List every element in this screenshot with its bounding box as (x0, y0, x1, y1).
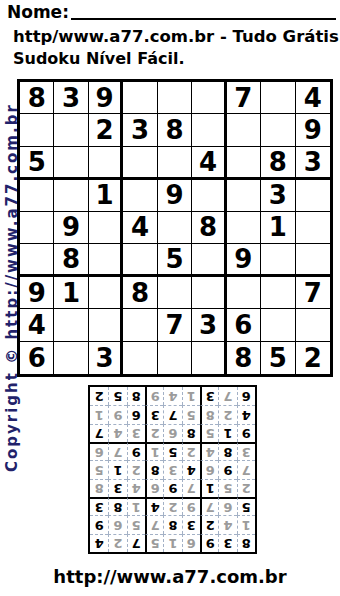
puzzle-cell-r7c1: 9 (20, 277, 54, 309)
solution-cell-r1c7: 7 (127, 534, 145, 552)
solution-cell-r5c5: 3 (163, 460, 181, 478)
puzzle-cell-r9c3: 3 (89, 342, 123, 374)
solution-cell-r4c9: 8 (90, 479, 108, 497)
puzzle-cell-r2c7[interactable] (227, 114, 261, 146)
solution-cell-r6c8: 7 (108, 442, 126, 460)
printable-sudoku-page: Nome: http/www.a77.com.br - Tudo Grátis.… (0, 0, 340, 596)
puzzle-cell-r4c7[interactable] (227, 180, 261, 212)
puzzle-cell-r3c2[interactable] (54, 147, 88, 180)
name-row: Nome: (7, 3, 336, 22)
puzzle-cell-r3c9: 3 (296, 147, 330, 180)
puzzle-cell-r7c9: 7 (296, 277, 330, 309)
solution-cell-r3c3: 7 (200, 497, 218, 515)
solution-cell-r9c4: 1 (182, 387, 200, 405)
solution-cell-r6c7: 9 (127, 442, 145, 460)
solution-cell-r9c2: 7 (218, 387, 236, 405)
puzzle-cell-r6c3[interactable] (89, 244, 123, 277)
solution-cell-r6c3: 4 (200, 442, 218, 460)
puzzle-cell-r9c9: 2 (296, 342, 330, 374)
solution-cell-r1c5: 1 (163, 534, 181, 552)
puzzle-cell-r8c3[interactable] (89, 309, 123, 341)
puzzle-cell-r7c6[interactable] (192, 277, 226, 309)
puzzle-cell-r5c6: 8 (192, 212, 226, 244)
puzzle-cell-r9c7: 8 (227, 342, 261, 374)
puzzle-cell-r7c8[interactable] (261, 277, 295, 309)
sudoku-puzzle-grid: 839742389548319394818599187473663852 (17, 79, 333, 377)
solution-cell-r7c5: 6 (163, 424, 181, 442)
solution-cell-r4c7: 4 (127, 479, 145, 497)
puzzle-cell-r7c7[interactable] (227, 277, 261, 309)
puzzle-cell-r3c8: 8 (261, 147, 295, 180)
puzzle-cell-r5c2: 9 (54, 212, 88, 244)
solution-cell-r9c8: 5 (108, 387, 126, 405)
puzzle-cell-r2c4: 3 (123, 114, 157, 146)
puzzle-cell-r1c8[interactable] (261, 82, 295, 114)
puzzle-cell-r5c5[interactable] (158, 212, 192, 244)
solution-cell-r4c5: 9 (163, 479, 181, 497)
solution-cell-r7c1: 9 (237, 424, 255, 442)
puzzle-cell-r1c4[interactable] (123, 82, 157, 114)
solution-cell-r1c8: 2 (108, 534, 126, 552)
solution-cell-r9c6: 9 (145, 387, 163, 405)
puzzle-cell-r7c4: 8 (123, 277, 157, 309)
puzzle-cell-r1c5[interactable] (158, 82, 192, 114)
puzzle-cell-r6c1[interactable] (20, 244, 54, 277)
puzzle-cell-r1c1: 8 (20, 82, 54, 114)
puzzle-cell-r8c1: 4 (20, 309, 54, 341)
solution-cell-r2c9: 9 (90, 515, 108, 533)
solution-cell-r4c2: 5 (218, 479, 236, 497)
solution-cell-r3c8: 8 (108, 497, 126, 515)
puzzle-cell-r1c6[interactable] (192, 82, 226, 114)
puzzle-cell-r3c7[interactable] (227, 147, 261, 180)
puzzle-cell-r2c5: 8 (158, 114, 192, 146)
solution-cell-r6c1: 3 (237, 442, 255, 460)
puzzle-cell-r2c1[interactable] (20, 114, 54, 146)
puzzle-cell-r5c9[interactable] (296, 212, 330, 244)
solution-cell-r8c8: 9 (108, 405, 126, 423)
puzzle-cell-r5c7[interactable] (227, 212, 261, 244)
solution-cell-r1c6: 5 (145, 534, 163, 552)
solution-cell-r1c9: 4 (90, 534, 108, 552)
solution-cell-r2c7: 5 (127, 515, 145, 533)
solution-cell-r7c4: 8 (182, 424, 200, 442)
solution-cell-r6c9: 6 (90, 442, 108, 460)
puzzle-cell-r9c4[interactable] (123, 342, 157, 374)
puzzle-cell-r8c7: 6 (227, 309, 261, 341)
puzzle-cell-r6c6[interactable] (192, 244, 226, 277)
puzzle-cell-r1c2: 3 (54, 82, 88, 114)
puzzle-cell-r4c8: 3 (261, 180, 295, 212)
name-blank-line (71, 4, 336, 20)
puzzle-cell-r4c6[interactable] (192, 180, 226, 212)
puzzle-cell-r9c2[interactable] (54, 342, 88, 374)
solution-cell-r5c4: 4 (182, 460, 200, 478)
solution-cell-r3c4: 9 (182, 497, 200, 515)
puzzle-cell-r4c1[interactable] (20, 180, 54, 212)
solution-cell-r8c3: 8 (200, 405, 218, 423)
solution-cell-r1c1: 8 (237, 534, 255, 552)
puzzle-cell-r4c2[interactable] (54, 180, 88, 212)
solution-cell-r1c2: 3 (218, 534, 236, 552)
solution-cell-r9c3: 3 (200, 387, 218, 405)
puzzle-cell-r3c4[interactable] (123, 147, 157, 180)
puzzle-cell-r9c8: 5 (261, 342, 295, 374)
puzzle-cell-r9c6[interactable] (192, 342, 226, 374)
solution-cell-r9c9: 2 (90, 387, 108, 405)
solution-cell-r2c8: 6 (108, 515, 126, 533)
puzzle-cell-r1c3: 9 (89, 82, 123, 114)
puzzle-cell-r2c2[interactable] (54, 114, 88, 146)
solution-cell-r9c5: 4 (163, 387, 181, 405)
puzzle-cell-r4c3: 1 (89, 180, 123, 212)
solution-cell-r9c1: 6 (237, 387, 255, 405)
puzzle-cell-r7c3[interactable] (89, 277, 123, 309)
solution-cell-r5c1: 7 (237, 460, 255, 478)
solution-cell-r8c5: 7 (163, 405, 181, 423)
solution-cell-r4c8: 3 (108, 479, 126, 497)
puzzle-cell-r6c8[interactable] (261, 244, 295, 277)
solution-cell-r4c3: 1 (200, 479, 218, 497)
puzzle-cell-r7c5[interactable] (158, 277, 192, 309)
puzzle-cell-r8c9[interactable] (296, 309, 330, 341)
solution-cell-r7c9: 7 (90, 424, 108, 442)
puzzle-cell-r1c9: 4 (296, 82, 330, 114)
puzzle-cell-r6c2: 8 (54, 244, 88, 277)
puzzle-cell-r1c7: 7 (227, 82, 261, 114)
solution-cell-r2c6: 7 (145, 515, 163, 533)
solution-cell-r6c2: 8 (218, 442, 236, 460)
solution-cell-r4c1: 2 (237, 479, 255, 497)
puzzle-cell-r2c9: 9 (296, 114, 330, 146)
page-title: Sudoku Nível Fácil. (13, 49, 185, 68)
solution-cell-r7c2: 1 (218, 424, 236, 442)
solution-cell-r3c9: 3 (90, 497, 108, 515)
solution-cell-r4c4: 7 (182, 479, 200, 497)
solution-cell-r4c6: 6 (145, 479, 163, 497)
puzzle-cell-r8c8[interactable] (261, 309, 295, 341)
solution-cell-r7c8: 4 (108, 424, 126, 442)
puzzle-cell-r4c9[interactable] (296, 180, 330, 212)
puzzle-cell-r8c6: 3 (192, 309, 226, 341)
puzzle-cell-r5c1[interactable] (20, 212, 54, 244)
site-header: http/www.a77.com.br - Tudo Grátis. (13, 27, 340, 46)
solution-cell-r3c2: 6 (218, 497, 236, 515)
solution-cell-r5c8: 1 (108, 460, 126, 478)
name-label: Nome: (7, 3, 69, 22)
solution-cell-r7c7: 3 (127, 424, 145, 442)
solution-cell-r2c3: 2 (200, 515, 218, 533)
puzzle-cell-r4c4[interactable] (123, 180, 157, 212)
puzzle-cell-r5c3[interactable] (89, 212, 123, 244)
solution-cell-r6c4: 2 (182, 442, 200, 460)
solution-cell-r5c6: 8 (145, 460, 163, 478)
solution-cell-r6c5: 5 (163, 442, 181, 460)
solution-cell-r7c6: 2 (145, 424, 163, 442)
solution-cell-r6c6: 1 (145, 442, 163, 460)
solution-cell-r5c9: 5 (90, 460, 108, 478)
solution-cell-r3c6: 4 (145, 497, 163, 515)
solution-cell-r2c4: 3 (182, 515, 200, 533)
solution-cell-r3c5: 2 (163, 497, 181, 515)
solution-cell-r3c7: 1 (127, 497, 145, 515)
puzzle-cell-r3c1: 5 (20, 147, 54, 180)
footer-url: http://www.a77.com.br (0, 566, 340, 587)
solution-cell-r5c2: 9 (218, 460, 236, 478)
sudoku-answer-grid-rotated: 8396157241423875695679241832517964387964… (88, 385, 257, 554)
solution-cell-r1c3: 9 (200, 534, 218, 552)
puzzle-cell-r8c5: 7 (158, 309, 192, 341)
puzzle-cell-r6c4[interactable] (123, 244, 157, 277)
solution-cell-r8c7: 6 (127, 405, 145, 423)
solution-cell-r2c1: 1 (237, 515, 255, 533)
solution-cell-r3c1: 5 (237, 497, 255, 515)
puzzle-cell-r2c8[interactable] (261, 114, 295, 146)
solution-cell-r2c5: 8 (163, 515, 181, 533)
solution-cell-r8c1: 4 (237, 405, 255, 423)
puzzle-cell-r9c1: 6 (20, 342, 54, 374)
puzzle-cell-r9c5[interactable] (158, 342, 192, 374)
solution-cell-r8c2: 2 (218, 405, 236, 423)
puzzle-cell-r8c2[interactable] (54, 309, 88, 341)
puzzle-cell-r5c8: 1 (261, 212, 295, 244)
puzzle-cell-r3c5[interactable] (158, 147, 192, 180)
puzzle-cell-r6c7: 9 (227, 244, 261, 277)
solution-cell-r2c2: 4 (218, 515, 236, 533)
solution-cell-r5c7: 2 (127, 460, 145, 478)
puzzle-cell-r3c6: 4 (192, 147, 226, 180)
puzzle-cell-r3c3[interactable] (89, 147, 123, 180)
solution-cell-r8c4: 5 (182, 405, 200, 423)
solution-cell-r9c7: 8 (127, 387, 145, 405)
puzzle-cell-r5c4: 4 (123, 212, 157, 244)
puzzle-cell-r8c4[interactable] (123, 309, 157, 341)
solution-cell-r8c6: 3 (145, 405, 163, 423)
puzzle-cell-r6c9[interactable] (296, 244, 330, 277)
puzzle-cell-r7c2: 1 (54, 277, 88, 309)
solution-cell-r7c3: 5 (200, 424, 218, 442)
solution-cell-r1c4: 6 (182, 534, 200, 552)
puzzle-cell-r2c6[interactable] (192, 114, 226, 146)
solution-cell-r5c3: 6 (200, 460, 218, 478)
puzzle-cell-r4c5: 9 (158, 180, 192, 212)
puzzle-cell-r6c5: 5 (158, 244, 192, 277)
puzzle-cell-r2c3: 2 (89, 114, 123, 146)
solution-cell-r8c9: 1 (90, 405, 108, 423)
